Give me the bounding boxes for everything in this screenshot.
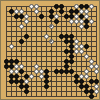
stone-white: [69, 19, 74, 24]
stone-black: [64, 64, 69, 69]
stone-white: [14, 69, 19, 74]
stone-black: [44, 79, 49, 84]
stone-black: [84, 24, 89, 29]
stone-black: [79, 14, 84, 19]
move-marker-square: [50, 40, 52, 42]
stone-black: [94, 79, 99, 84]
hoshi-point: [50, 20, 52, 22]
stone-white: [34, 4, 39, 9]
stone-black: [69, 69, 74, 74]
stone-black: [89, 89, 94, 94]
stone-black: [19, 14, 24, 19]
stone-black: [64, 69, 69, 74]
stone-black: [64, 59, 69, 64]
stone-white: [94, 84, 99, 89]
stone-white: [24, 19, 29, 24]
stone-black: [64, 49, 69, 54]
grid-line-horizontal: [6, 61, 97, 62]
stone-black: [79, 84, 84, 89]
stone-white: [84, 9, 89, 14]
stone-white: [34, 64, 39, 69]
go-board[interactable]: [0, 0, 100, 100]
stone-black: [19, 69, 24, 74]
stone-black: [24, 89, 29, 94]
stone-black: [19, 79, 24, 84]
hoshi-point: [50, 80, 52, 82]
stone-black: [44, 69, 49, 74]
stone-white: [29, 74, 34, 79]
stone-black: [89, 79, 94, 84]
stone-white: [84, 54, 89, 59]
stone-white: [74, 14, 79, 19]
stone-white: [79, 19, 84, 24]
stone-black: [69, 14, 74, 19]
hoshi-point: [50, 50, 52, 52]
stone-white: [9, 44, 14, 49]
stone-white: [39, 69, 44, 74]
stone-white: [79, 9, 84, 14]
stone-white: [34, 9, 39, 14]
stone-white: [29, 4, 34, 9]
stone-white: [34, 69, 39, 74]
stone-white: [24, 14, 29, 19]
stone-black: [74, 74, 79, 79]
stone-black: [59, 34, 64, 39]
stone-black: [84, 89, 89, 94]
stone-black: [39, 14, 44, 19]
stone-white: [89, 19, 94, 24]
stone-white: [79, 49, 84, 54]
stone-black: [54, 19, 59, 24]
stone-black: [14, 14, 19, 19]
stone-black: [44, 84, 49, 89]
stone-black: [24, 34, 29, 39]
stone-white: [89, 64, 94, 69]
stone-black: [14, 74, 19, 79]
stone-black: [74, 9, 79, 14]
stone-black: [9, 64, 14, 69]
stone-black: [69, 49, 74, 54]
stone-white: [54, 14, 59, 19]
stone-black: [44, 74, 49, 79]
grid-line-horizontal: [6, 96, 97, 97]
stone-black: [69, 59, 74, 64]
stone-black: [69, 54, 74, 59]
stone-black: [4, 59, 9, 64]
stone-black: [69, 9, 74, 14]
stone-black: [9, 59, 14, 64]
stone-black: [69, 44, 74, 49]
move-marker-square: [50, 25, 52, 27]
grid-line-vertical: [61, 6, 62, 97]
stone-black: [79, 79, 84, 84]
stone-black: [9, 74, 14, 79]
stone-black: [64, 34, 69, 39]
stone-white: [74, 44, 79, 49]
stone-white: [79, 74, 84, 79]
stone-white: [14, 9, 19, 14]
stone-white: [19, 24, 24, 29]
stone-white: [74, 19, 79, 24]
stone-white: [19, 64, 24, 69]
stone-black: [84, 19, 89, 24]
stone-white: [24, 79, 29, 84]
stone-black: [54, 4, 59, 9]
stone-white: [74, 49, 79, 54]
stone-black: [84, 84, 89, 89]
stone-white: [19, 9, 24, 14]
stone-white: [84, 69, 89, 74]
stone-black: [24, 74, 29, 79]
stone-white: [39, 74, 44, 79]
stone-black: [54, 69, 59, 74]
stone-white: [89, 59, 94, 64]
stone-black: [84, 4, 89, 9]
stone-black: [19, 84, 24, 89]
stone-black: [49, 14, 54, 19]
stone-white: [74, 39, 79, 44]
stone-white: [89, 4, 94, 9]
stone-black: [59, 4, 64, 9]
stone-black: [4, 64, 9, 69]
stone-black: [9, 9, 14, 14]
stone-black: [49, 9, 54, 14]
hoshi-point: [20, 20, 22, 22]
stone-black: [59, 69, 64, 74]
stone-white: [9, 69, 14, 74]
stone-white: [94, 64, 99, 69]
stone-black: [84, 44, 89, 49]
stone-black: [69, 39, 74, 44]
hoshi-point: [20, 50, 22, 52]
stone-white: [44, 34, 49, 39]
stone-white: [84, 74, 89, 79]
stone-white: [84, 14, 89, 19]
stone-black: [19, 39, 24, 44]
stone-white: [79, 44, 84, 49]
stone-black: [14, 79, 19, 84]
stone-white: [94, 89, 99, 94]
stone-white: [79, 24, 84, 29]
stone-black: [69, 34, 74, 39]
stone-black: [89, 94, 94, 99]
stone-black: [59, 9, 64, 14]
stone-black: [64, 14, 69, 19]
stone-black: [14, 59, 19, 64]
stone-black: [79, 4, 84, 9]
stone-black: [9, 79, 14, 84]
stone-white: [14, 64, 19, 69]
stone-black: [74, 79, 79, 84]
stone-white: [74, 4, 79, 9]
stone-black: [64, 39, 69, 44]
stone-white: [94, 69, 99, 74]
stone-black: [24, 84, 29, 89]
